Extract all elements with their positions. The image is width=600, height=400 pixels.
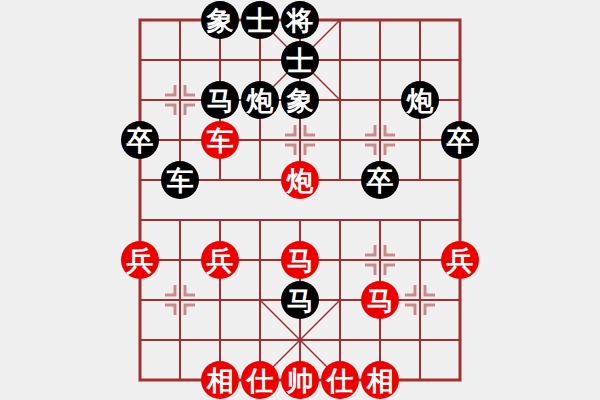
piece-red-horse[interactable]: 马 xyxy=(281,241,319,279)
piece-red-general[interactable]: 帅 xyxy=(281,361,319,399)
piece-black-horse[interactable]: 马 xyxy=(281,281,319,319)
piece-red-horse[interactable]: 马 xyxy=(361,281,399,319)
piece-black-cannon[interactable]: 炮 xyxy=(401,81,439,119)
piece-black-chariot[interactable]: 车 xyxy=(161,161,199,199)
piece-red-cannon[interactable]: 炮 xyxy=(281,161,319,199)
piece-red-advisor[interactable]: 仕 xyxy=(241,361,279,399)
piece-black-soldier[interactable]: 卒 xyxy=(121,121,159,159)
piece-red-elephant[interactable]: 相 xyxy=(361,361,399,399)
xiangqi-board: 象士将士马炮象炮卒车卒车炮卒兵兵马兵马马相仕帅仕相 xyxy=(0,0,600,400)
piece-red-elephant[interactable]: 相 xyxy=(201,361,239,399)
pieces-layer: 象士将士马炮象炮卒车卒车炮卒兵兵马兵马马相仕帅仕相 xyxy=(120,0,480,400)
piece-black-advisor[interactable]: 士 xyxy=(281,41,319,79)
piece-black-advisor[interactable]: 士 xyxy=(241,1,279,39)
piece-black-soldier[interactable]: 卒 xyxy=(361,161,399,199)
piece-black-horse[interactable]: 马 xyxy=(201,81,239,119)
piece-red-soldier[interactable]: 兵 xyxy=(201,241,239,279)
piece-red-soldier[interactable]: 兵 xyxy=(121,241,159,279)
piece-red-advisor[interactable]: 仕 xyxy=(321,361,359,399)
piece-black-general[interactable]: 将 xyxy=(281,1,319,39)
piece-black-elephant[interactable]: 象 xyxy=(201,1,239,39)
piece-black-elephant[interactable]: 象 xyxy=(281,81,319,119)
piece-red-soldier[interactable]: 兵 xyxy=(441,241,479,279)
piece-red-chariot[interactable]: 车 xyxy=(201,121,239,159)
piece-black-cannon[interactable]: 炮 xyxy=(241,81,279,119)
piece-black-soldier[interactable]: 卒 xyxy=(441,121,479,159)
